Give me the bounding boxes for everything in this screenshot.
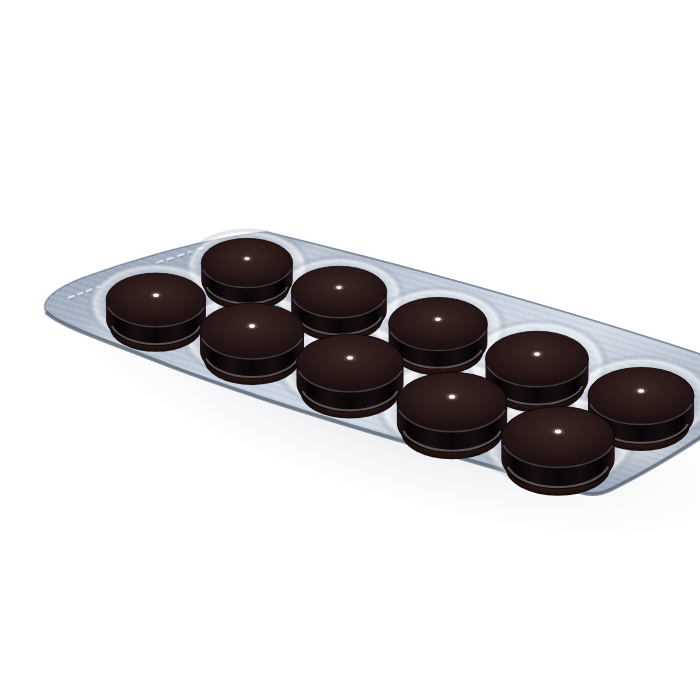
tablet <box>201 238 293 310</box>
product-photo: Transparent silver-grey blister pack hol… <box>40 16 700 700</box>
blister-pack-photo <box>40 16 700 700</box>
tablet <box>296 334 403 418</box>
tablet <box>501 406 614 495</box>
tablet <box>397 372 507 459</box>
tablet <box>291 266 387 341</box>
tablet <box>200 303 304 385</box>
tablet <box>106 273 206 352</box>
